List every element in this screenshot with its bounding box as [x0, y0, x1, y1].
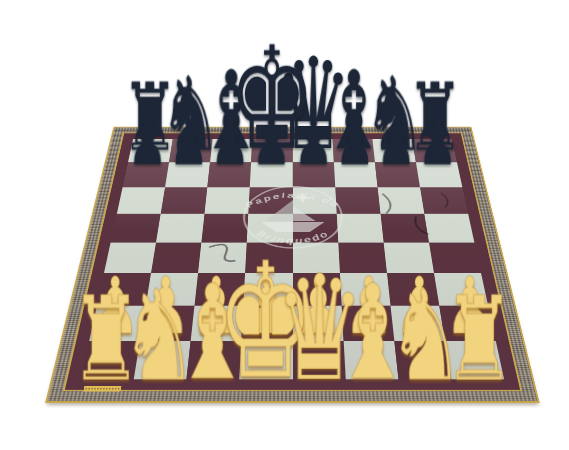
square-h5[interactable]	[424, 214, 474, 242]
black-pawn[interactable]: ♟	[376, 116, 416, 167]
square-b1[interactable]: ♞	[133, 341, 190, 379]
square-a7[interactable]: ♟	[122, 162, 169, 187]
black-pawn[interactable]: ♟	[417, 116, 457, 167]
square-a6[interactable]	[116, 187, 164, 214]
black-pawn[interactable]: ♟	[293, 116, 333, 167]
square-f6[interactable]	[334, 187, 379, 214]
square-f7[interactable]: ♟	[333, 162, 377, 187]
black-pawn[interactable]: ♟	[127, 116, 167, 167]
square-b7[interactable]: ♟	[165, 162, 210, 187]
chess-set-photo: ♜♞♝♚♛♝♞♜♟♟♟♟♟♟♟♟♟♟♟♟♟♟♟♟♜♞♝♚♛♝♞♜ Papelar…	[0, 0, 569, 450]
square-b5[interactable]	[156, 214, 205, 242]
square-b6[interactable]	[160, 187, 207, 214]
square-h7[interactable]: ♟	[415, 162, 462, 187]
square-c7[interactable]: ♟	[207, 162, 251, 187]
square-f5[interactable]	[336, 214, 383, 242]
square-g6[interactable]	[377, 187, 424, 214]
square-d6[interactable]	[248, 187, 292, 214]
black-pawn[interactable]: ♟	[334, 116, 374, 167]
brand-label	[83, 386, 122, 392]
square-c6[interactable]	[204, 187, 249, 214]
chessboard: ♜♞♝♚♛♝♞♜♟♟♟♟♟♟♟♟♟♟♟♟♟♟♟♟♜♞♝♚♛♝♞♜ Papelar…	[45, 127, 540, 403]
square-e6[interactable]	[292, 187, 336, 214]
square-d7[interactable]: ♟	[250, 162, 292, 187]
square-e7[interactable]: ♟	[292, 162, 334, 187]
white-knight[interactable]: ♞	[386, 286, 464, 386]
square-g5[interactable]	[380, 214, 429, 242]
white-knight[interactable]: ♞	[120, 286, 198, 386]
black-pawn[interactable]: ♟	[210, 116, 250, 167]
black-pawn[interactable]: ♟	[251, 116, 291, 167]
black-pawn[interactable]: ♟	[169, 116, 209, 167]
square-a5[interactable]	[110, 214, 160, 242]
board-grid: ♜♞♝♚♛♝♞♜♟♟♟♟♟♟♟♟♟♟♟♟♟♟♟♟♜♞♝♚♛♝♞♜	[80, 139, 503, 379]
square-h6[interactable]	[419, 187, 467, 214]
square-g1[interactable]: ♞	[394, 341, 451, 379]
square-g7[interactable]: ♟	[374, 162, 419, 187]
